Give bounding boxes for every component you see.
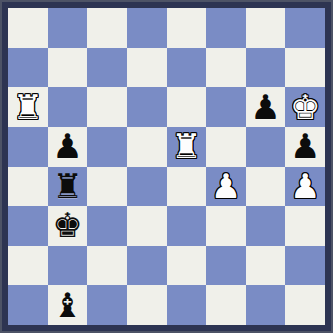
piece-white-pawn[interactable]: ♟: [290, 167, 320, 206]
square-c5[interactable]: [87, 127, 127, 167]
square-d7[interactable]: [127, 48, 167, 88]
square-d6[interactable]: [127, 87, 167, 127]
square-g7[interactable]: [246, 48, 286, 88]
square-b1[interactable]: ♝: [48, 285, 88, 325]
square-f5[interactable]: [206, 127, 246, 167]
square-d4[interactable]: [127, 167, 167, 207]
square-g2[interactable]: [246, 246, 286, 286]
square-h5[interactable]: ♟: [285, 127, 325, 167]
square-b3[interactable]: ♚: [48, 206, 88, 246]
square-a4[interactable]: [8, 167, 48, 207]
square-e5[interactable]: ♜: [167, 127, 207, 167]
square-f8[interactable]: [206, 8, 246, 48]
square-g6[interactable]: ♟: [246, 87, 286, 127]
piece-black-rook[interactable]: ♜: [52, 167, 82, 206]
square-e3[interactable]: [167, 206, 207, 246]
piece-black-pawn[interactable]: ♟: [290, 127, 320, 166]
square-b8[interactable]: [48, 8, 88, 48]
square-a1[interactable]: [8, 285, 48, 325]
square-c7[interactable]: [87, 48, 127, 88]
board-frame: ♜♟♚♟♜♟♜♟♟♚♝: [0, 0, 333, 333]
square-f3[interactable]: [206, 206, 246, 246]
square-a2[interactable]: [8, 246, 48, 286]
square-h7[interactable]: [285, 48, 325, 88]
square-d5[interactable]: [127, 127, 167, 167]
square-d2[interactable]: [127, 246, 167, 286]
square-b4[interactable]: ♜: [48, 167, 88, 207]
square-a5[interactable]: [8, 127, 48, 167]
square-e4[interactable]: [167, 167, 207, 207]
square-a3[interactable]: [8, 206, 48, 246]
square-g5[interactable]: [246, 127, 286, 167]
square-f7[interactable]: [206, 48, 246, 88]
square-e7[interactable]: [167, 48, 207, 88]
square-f2[interactable]: [206, 246, 246, 286]
square-e1[interactable]: [167, 285, 207, 325]
square-c1[interactable]: [87, 285, 127, 325]
square-c8[interactable]: [87, 8, 127, 48]
square-c6[interactable]: [87, 87, 127, 127]
square-c2[interactable]: [87, 246, 127, 286]
square-c4[interactable]: [87, 167, 127, 207]
chess-board: ♜♟♚♟♜♟♜♟♟♚♝: [8, 8, 325, 325]
square-b7[interactable]: [48, 48, 88, 88]
square-c3[interactable]: [87, 206, 127, 246]
piece-black-bishop[interactable]: ♝: [52, 286, 82, 325]
square-b6[interactable]: [48, 87, 88, 127]
piece-black-pawn[interactable]: ♟: [52, 127, 82, 166]
square-f6[interactable]: [206, 87, 246, 127]
square-b5[interactable]: ♟: [48, 127, 88, 167]
square-a6[interactable]: ♜: [8, 87, 48, 127]
piece-white-pawn[interactable]: ♟: [211, 167, 241, 206]
square-b2[interactable]: [48, 246, 88, 286]
piece-white-king[interactable]: ♚: [290, 88, 320, 127]
piece-white-rook[interactable]: ♜: [171, 127, 201, 166]
piece-black-king[interactable]: ♚: [52, 206, 82, 245]
square-h1[interactable]: [285, 285, 325, 325]
square-g1[interactable]: [246, 285, 286, 325]
piece-black-pawn[interactable]: ♟: [250, 88, 280, 127]
square-f1[interactable]: [206, 285, 246, 325]
square-h2[interactable]: [285, 246, 325, 286]
square-h4[interactable]: ♟: [285, 167, 325, 207]
square-f4[interactable]: ♟: [206, 167, 246, 207]
square-e8[interactable]: [167, 8, 207, 48]
square-e2[interactable]: [167, 246, 207, 286]
square-a7[interactable]: [8, 48, 48, 88]
square-a8[interactable]: [8, 8, 48, 48]
piece-white-rook[interactable]: ♜: [13, 88, 43, 127]
square-h3[interactable]: [285, 206, 325, 246]
square-e6[interactable]: [167, 87, 207, 127]
square-d8[interactable]: [127, 8, 167, 48]
square-g3[interactable]: [246, 206, 286, 246]
square-d1[interactable]: [127, 285, 167, 325]
square-d3[interactable]: [127, 206, 167, 246]
square-h8[interactable]: [285, 8, 325, 48]
square-g8[interactable]: [246, 8, 286, 48]
square-g4[interactable]: [246, 167, 286, 207]
square-h6[interactable]: ♚: [285, 87, 325, 127]
